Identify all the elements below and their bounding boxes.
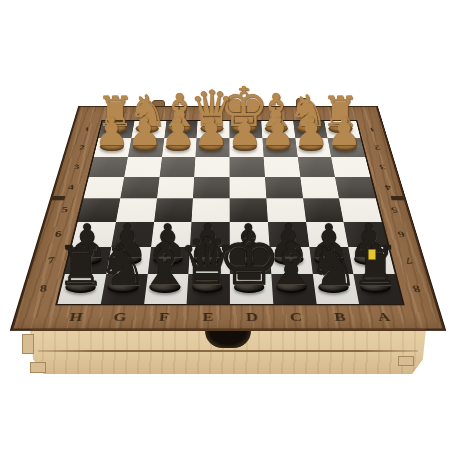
piece-black-rook[interactable]: ♜	[53, 245, 108, 288]
square-g3[interactable]	[124, 157, 162, 177]
piece-white-pawn[interactable]: ♟	[325, 117, 363, 147]
pawn-glyph: ♟	[192, 117, 230, 147]
pawn-glyph: ♟	[126, 117, 164, 147]
file-label-b: B	[316, 304, 364, 332]
drawer-seam	[38, 350, 418, 352]
square-c4[interactable]	[265, 177, 303, 199]
square-e3[interactable]	[194, 157, 229, 177]
square-d4[interactable]	[230, 177, 267, 199]
corner-joint-tab-left	[22, 334, 34, 354]
square-h3[interactable]	[89, 157, 128, 177]
pawn-glyph: ♟	[92, 117, 130, 147]
hinge-slot-left	[52, 196, 66, 200]
square-g4[interactable]	[120, 177, 159, 199]
piece-white-pawn[interactable]: ♟	[259, 117, 297, 147]
foot-tab-right	[398, 356, 414, 366]
rank-label-right-2: 2	[359, 137, 395, 157]
pawn-glyph: ♟	[259, 117, 297, 147]
box-front	[30, 329, 426, 374]
rook-glyph: ♜	[53, 245, 108, 288]
piece-white-pawn[interactable]: ♟	[225, 117, 263, 147]
file-label-g: G	[95, 304, 143, 332]
square-e4[interactable]	[193, 177, 230, 199]
square-f4[interactable]	[157, 177, 195, 199]
pawn-glyph: ♟	[225, 117, 263, 147]
file-label-a: A	[359, 304, 409, 332]
square-b4[interactable]	[300, 177, 339, 199]
file-label-d: D	[230, 304, 275, 332]
pawn-glyph: ♟	[325, 117, 363, 147]
square-f3[interactable]	[159, 157, 195, 177]
chess-set-photo: { "game": "chess", "scene_title": "Woode…	[0, 0, 456, 456]
square-b3[interactable]	[297, 157, 335, 177]
square-h4[interactable]	[84, 177, 124, 199]
latch-pin	[368, 249, 376, 260]
file-label-f: F	[140, 304, 186, 332]
pawn-glyph: ♟	[159, 117, 197, 147]
rank-label-right-3: 3	[364, 156, 402, 178]
piece-white-pawn[interactable]: ♟	[292, 117, 330, 147]
file-labels-near: HGFEDCBA	[51, 304, 410, 332]
square-c3[interactable]	[263, 157, 299, 177]
file-label-c: C	[273, 304, 320, 332]
drawer-notch[interactable]	[205, 331, 251, 348]
piece-white-pawn[interactable]: ♟	[126, 117, 164, 147]
file-label-h: H	[51, 304, 101, 332]
piece-white-pawn[interactable]: ♟	[192, 117, 230, 147]
file-label-e: E	[185, 304, 230, 332]
rank-label-3: 3	[61, 156, 91, 178]
hinge-slot-right	[391, 196, 405, 200]
foot-tab-left	[30, 362, 46, 373]
piece-white-pawn[interactable]: ♟	[159, 117, 197, 147]
piece-white-pawn[interactable]: ♟	[92, 117, 130, 147]
pawn-glyph: ♟	[292, 117, 330, 147]
square-d3[interactable]	[230, 157, 265, 177]
